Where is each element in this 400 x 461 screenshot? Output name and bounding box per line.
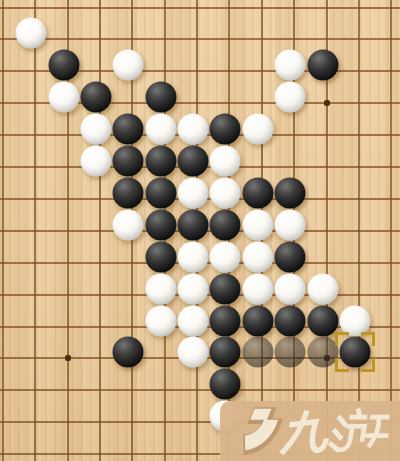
- grid-line-horizontal: [0, 7, 400, 9]
- stone-white[interactable]: [242, 209, 273, 240]
- stone-white[interactable]: [178, 337, 209, 368]
- grid-line-horizontal: [0, 389, 400, 391]
- stone-white[interactable]: [339, 305, 370, 336]
- stone-white[interactable]: [210, 146, 241, 177]
- stone-white[interactable]: [242, 114, 273, 145]
- stone-white[interactable]: [16, 18, 47, 49]
- stone-white[interactable]: [81, 146, 112, 177]
- stone-black[interactable]: [210, 337, 241, 368]
- go-board-screenshot: [0, 0, 400, 461]
- stone-black[interactable]: [145, 241, 176, 272]
- stone-black-faded[interactable]: [242, 337, 273, 368]
- watermark-logo-icon: [236, 404, 400, 458]
- stone-white[interactable]: [178, 241, 209, 272]
- stone-white[interactable]: [145, 273, 176, 304]
- stone-white[interactable]: [48, 82, 79, 113]
- stone-white[interactable]: [210, 177, 241, 208]
- stone-white[interactable]: [113, 209, 144, 240]
- stone-white[interactable]: [210, 241, 241, 272]
- grid-line-horizontal: [0, 38, 400, 40]
- stone-black[interactable]: [275, 177, 306, 208]
- stone-black[interactable]: [210, 305, 241, 336]
- stone-white[interactable]: [178, 114, 209, 145]
- stone-white[interactable]: [113, 50, 144, 81]
- stone-white[interactable]: [178, 273, 209, 304]
- stone-black[interactable]: [145, 209, 176, 240]
- stone-white[interactable]: [307, 273, 338, 304]
- stone-white[interactable]: [81, 114, 112, 145]
- stone-black[interactable]: [307, 50, 338, 81]
- stone-black[interactable]: [113, 114, 144, 145]
- stone-black[interactable]: [113, 337, 144, 368]
- stone-black[interactable]: [178, 209, 209, 240]
- stone-black[interactable]: [242, 305, 273, 336]
- star-point: [65, 355, 71, 361]
- stone-black[interactable]: [81, 82, 112, 113]
- stone-white[interactable]: [178, 177, 209, 208]
- stone-black[interactable]: [178, 146, 209, 177]
- star-point: [324, 100, 330, 106]
- stone-black[interactable]: [210, 209, 241, 240]
- stone-black[interactable]: [48, 50, 79, 81]
- stone-white[interactable]: [275, 82, 306, 113]
- stone-white[interactable]: [145, 305, 176, 336]
- stone-black[interactable]: [210, 369, 241, 400]
- stone-white[interactable]: [242, 241, 273, 272]
- stone-white[interactable]: [178, 305, 209, 336]
- stone-black-faded[interactable]: [275, 337, 306, 368]
- stone-white[interactable]: [275, 50, 306, 81]
- stone-black[interactable]: [113, 177, 144, 208]
- stone-black[interactable]: [145, 82, 176, 113]
- stone-black[interactable]: [242, 177, 273, 208]
- stone-black[interactable]: [113, 146, 144, 177]
- stone-black[interactable]: [275, 241, 306, 272]
- stone-black[interactable]: [145, 177, 176, 208]
- stone-white[interactable]: [275, 209, 306, 240]
- stone-black[interactable]: [210, 273, 241, 304]
- stone-black[interactable]: [275, 305, 306, 336]
- stone-white[interactable]: [275, 273, 306, 304]
- stone-white[interactable]: [145, 114, 176, 145]
- stone-black[interactable]: [339, 337, 370, 368]
- stone-black[interactable]: [210, 114, 241, 145]
- watermark: [220, 401, 400, 461]
- stone-black[interactable]: [145, 146, 176, 177]
- stone-black[interactable]: [307, 305, 338, 336]
- stone-black-faded[interactable]: [307, 337, 338, 368]
- stone-white[interactable]: [242, 273, 273, 304]
